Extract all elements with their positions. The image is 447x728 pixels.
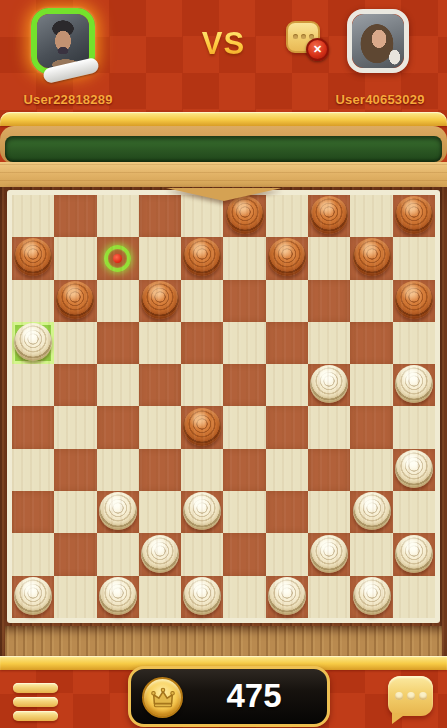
board-cell-r2c6 (266, 280, 308, 322)
board-cell-r7c6[interactable] (266, 491, 308, 533)
checker-piece-white[interactable] (395, 365, 433, 403)
board-cell-r0c3[interactable] (139, 195, 181, 237)
board-cell-r2c2 (97, 280, 139, 322)
board-cell-r3c7 (308, 322, 350, 364)
checker-piece-orange[interactable] (141, 281, 179, 319)
menu-button[interactable] (13, 683, 58, 722)
board-cell-r5c2[interactable] (97, 406, 139, 448)
board-cell-r6c1[interactable] (54, 449, 96, 491)
coins-value: 475 (189, 669, 319, 722)
board-cell-r1c2[interactable] (97, 237, 139, 279)
checker-piece-white[interactable] (183, 492, 221, 530)
board-cell-r8c4 (181, 533, 223, 575)
board-cell-r1c1 (54, 237, 96, 279)
checker-piece-white[interactable] (353, 577, 391, 615)
checker-piece-white[interactable] (99, 492, 137, 530)
board-cell-r4c5[interactable] (223, 364, 265, 406)
board-cell-r4c6 (266, 364, 308, 406)
player-right-avatar[interactable] (347, 9, 409, 73)
board-cell-r6c6 (266, 449, 308, 491)
board-cell-r9c6[interactable] (266, 576, 308, 618)
board-cell-r6c5[interactable] (223, 449, 265, 491)
board-cell-r9c0[interactable] (12, 576, 54, 618)
board-grid (12, 195, 435, 618)
board-cell-r5c9 (393, 406, 435, 448)
board-cell-r3c4[interactable] (181, 322, 223, 364)
checker-piece-white[interactable] (183, 577, 221, 615)
board-cell-r0c7[interactable] (308, 195, 350, 237)
board-cell-r5c0[interactable] (12, 406, 54, 448)
board-cell-r6c0 (12, 449, 54, 491)
board-cell-r9c4[interactable] (181, 576, 223, 618)
board-cell-r8c2 (97, 533, 139, 575)
board-cell-r7c9 (393, 491, 435, 533)
board-cell-r3c8[interactable] (350, 322, 392, 364)
checker-piece-orange[interactable] (268, 238, 306, 276)
checker-piece-orange[interactable] (14, 238, 52, 276)
board-cell-r4c8 (350, 364, 392, 406)
board-cell-r5c7 (308, 406, 350, 448)
board-cell-r8c7[interactable] (308, 533, 350, 575)
board-cell-r0c4 (181, 195, 223, 237)
board-cell-r7c8[interactable] (350, 491, 392, 533)
checker-piece-orange[interactable] (183, 408, 221, 446)
app-root: User22818289 VS ✕ User40653029 475 (0, 0, 447, 728)
player-right-username: User40653029 (314, 92, 446, 107)
checker-piece-white[interactable] (141, 535, 179, 573)
checker-piece-white[interactable] (395, 535, 433, 573)
board-cell-r8c5[interactable] (223, 533, 265, 575)
checker-piece-white[interactable] (353, 492, 391, 530)
board-cell-r9c8[interactable] (350, 576, 392, 618)
move-target-marker[interactable] (104, 245, 131, 272)
board-cell-r4c4 (181, 364, 223, 406)
board-cell-r7c0[interactable] (12, 491, 54, 533)
board-cell-r4c9[interactable] (393, 364, 435, 406)
board-cell-r0c0 (12, 195, 54, 237)
board-cell-r2c1[interactable] (54, 280, 96, 322)
board-cell-r5c4[interactable] (181, 406, 223, 448)
board-cell-r0c5[interactable] (223, 195, 265, 237)
board-cell-r7c4[interactable] (181, 491, 223, 533)
checker-piece-white[interactable] (310, 535, 348, 573)
player-left-username: User22818289 (2, 92, 134, 107)
checker-piece-white[interactable] (14, 577, 52, 615)
board-cell-r0c9[interactable] (393, 195, 435, 237)
board-cell-r5c1 (54, 406, 96, 448)
checker-piece-orange[interactable] (310, 196, 348, 234)
board-cell-r1c3 (139, 237, 181, 279)
board-frame (7, 190, 440, 623)
board-cell-r8c6 (266, 533, 308, 575)
board-cell-r5c8[interactable] (350, 406, 392, 448)
board-cell-r8c0 (12, 533, 54, 575)
board-cell-r0c2 (97, 195, 139, 237)
wood-plank-notch (166, 188, 282, 201)
chat-button[interactable] (388, 676, 433, 716)
board-cell-r1c0[interactable] (12, 237, 54, 279)
chat-disabled-icon[interactable]: ✕ (286, 21, 320, 53)
board-cell-r1c4[interactable] (181, 237, 223, 279)
checker-piece-white[interactable] (268, 577, 306, 615)
board-cell-r2c3[interactable] (139, 280, 181, 322)
board-cell-r5c6[interactable] (266, 406, 308, 448)
board-cell-r3c1 (54, 322, 96, 364)
board-cell-r7c5 (223, 491, 265, 533)
board-cell-r2c4 (181, 280, 223, 322)
checker-piece-orange[interactable] (183, 238, 221, 276)
board-cell-r3c5 (223, 322, 265, 364)
checker-piece-orange[interactable] (353, 238, 391, 276)
coins-display[interactable]: 475 (128, 666, 330, 727)
checker-piece-orange[interactable] (395, 281, 433, 319)
board-cell-r2c5[interactable] (223, 280, 265, 322)
board-cell-r2c7[interactable] (308, 280, 350, 322)
checker-piece-white[interactable] (14, 323, 52, 361)
board-cell-r0c6 (266, 195, 308, 237)
board-cell-r2c8 (350, 280, 392, 322)
checker-piece-orange[interactable] (56, 281, 94, 319)
board-cell-r7c1 (54, 491, 96, 533)
board-cell-r8c3[interactable] (139, 533, 181, 575)
board-cell-r0c1[interactable] (54, 195, 96, 237)
speech-bubble-dots-icon (388, 692, 433, 700)
checker-piece-white[interactable] (99, 577, 137, 615)
player-right-portrait (352, 14, 404, 68)
board-cell-r9c5 (223, 576, 265, 618)
board-cell-r9c3 (139, 576, 181, 618)
board-cell-r6c9[interactable] (393, 449, 435, 491)
green-felt-tray (5, 136, 442, 162)
wood-plank-bottom (5, 626, 442, 657)
board-cell-r4c2 (97, 364, 139, 406)
checker-piece-orange[interactable] (395, 196, 433, 234)
board-cell-r9c2[interactable] (97, 576, 139, 618)
board-cell-r1c6[interactable] (266, 237, 308, 279)
board-cell-r9c7 (308, 576, 350, 618)
board-cell-r1c8[interactable] (350, 237, 392, 279)
board-cell-r3c2[interactable] (97, 322, 139, 364)
board-cell-r3c0[interactable] (12, 322, 54, 364)
board-cell-r4c1[interactable] (54, 364, 96, 406)
board-cell-r3c3 (139, 322, 181, 364)
board-cell-r8c1[interactable] (54, 533, 96, 575)
checker-piece-white[interactable] (310, 365, 348, 403)
board-cell-r8c8 (350, 533, 392, 575)
board-cell-r4c7[interactable] (308, 364, 350, 406)
board-cell-r7c2[interactable] (97, 491, 139, 533)
hamburger-icon (13, 711, 58, 721)
board-cell-r1c7 (308, 237, 350, 279)
board-cell-r3c9 (393, 322, 435, 364)
checker-piece-orange[interactable] (226, 196, 264, 234)
board-cell-r6c2 (97, 449, 139, 491)
board-cell-r5c3 (139, 406, 181, 448)
board-cell-r7c3 (139, 491, 181, 533)
board-cell-r2c9[interactable] (393, 280, 435, 322)
board-cell-r6c3[interactable] (139, 449, 181, 491)
gold-trim-top (0, 112, 447, 126)
crown-coin-icon (142, 677, 183, 718)
board-cell-r9c1 (54, 576, 96, 618)
crown-icon (150, 687, 176, 709)
board-cell-r8c9[interactable] (393, 533, 435, 575)
board-cell-r6c8 (350, 449, 392, 491)
board-cell-r1c5 (223, 237, 265, 279)
board-cell-r4c0 (12, 364, 54, 406)
checker-piece-white[interactable] (395, 450, 433, 488)
hamburger-icon (13, 683, 58, 693)
board-cell-r3c6[interactable] (266, 322, 308, 364)
board-cell-r9c9 (393, 576, 435, 618)
chat-mute-badge-x-icon: ✕ (306, 38, 329, 61)
board-cell-r1c9 (393, 237, 435, 279)
board-cell-r6c7[interactable] (308, 449, 350, 491)
board-cell-r5c5 (223, 406, 265, 448)
wood-plank-top (0, 162, 447, 189)
board-cell-r0c8 (350, 195, 392, 237)
board-cell-r2c0 (12, 280, 54, 322)
board-cell-r6c4 (181, 449, 223, 491)
board-cell-r4c3[interactable] (139, 364, 181, 406)
board-cell-r7c7 (308, 491, 350, 533)
hamburger-icon (13, 697, 58, 707)
